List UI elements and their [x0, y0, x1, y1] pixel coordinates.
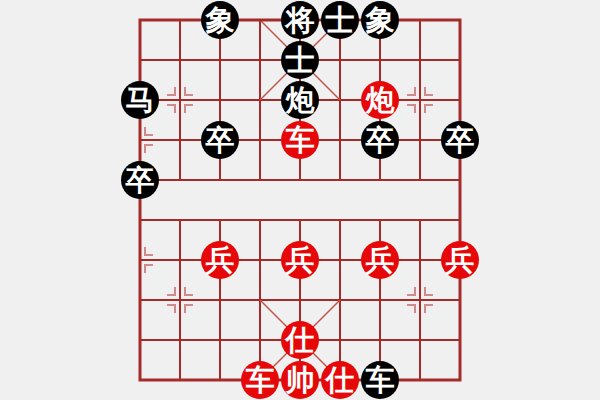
piece-black-soldier[interactable]: 卒 [441, 121, 479, 159]
piece-black-cannon[interactable]: 炮 [281, 81, 319, 119]
piece-black-elephant[interactable]: 象 [361, 1, 399, 39]
piece-black-elephant[interactable]: 象 [201, 1, 239, 39]
piece-black-soldier[interactable]: 卒 [121, 161, 159, 199]
xiangqi-diagram: 象将士象士马炮炮卒车卒卒卒兵兵兵兵仕车帅仕车 [0, 0, 600, 400]
piece-red-chariot[interactable]: 车 [241, 361, 279, 399]
piece-black-advisor[interactable]: 士 [321, 1, 359, 39]
piece-red-advisor[interactable]: 仕 [321, 361, 359, 399]
piece-red-general[interactable]: 帅 [281, 361, 319, 399]
piece-black-soldier[interactable]: 卒 [201, 121, 239, 159]
piece-red-chariot[interactable]: 车 [281, 121, 319, 159]
piece-red-soldier[interactable]: 兵 [281, 241, 319, 279]
piece-black-chariot[interactable]: 车 [361, 361, 399, 399]
piece-black-advisor[interactable]: 士 [281, 41, 319, 79]
piece-red-advisor[interactable]: 仕 [281, 321, 319, 359]
piece-red-soldier[interactable]: 兵 [201, 241, 239, 279]
piece-black-horse[interactable]: 马 [121, 81, 159, 119]
piece-red-cannon[interactable]: 炮 [361, 81, 399, 119]
pieces-layer: 象将士象士马炮炮卒车卒卒卒兵兵兵兵仕车帅仕车 [120, 0, 480, 400]
piece-red-soldier[interactable]: 兵 [361, 241, 399, 279]
piece-red-soldier[interactable]: 兵 [441, 241, 479, 279]
piece-black-soldier[interactable]: 卒 [361, 121, 399, 159]
piece-black-general[interactable]: 将 [281, 1, 319, 39]
